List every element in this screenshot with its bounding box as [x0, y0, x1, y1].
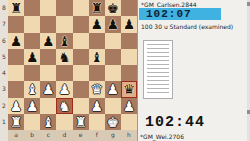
square-a1[interactable]: ♜: [8, 114, 24, 130]
piece-white-pawn[interactable]: ♟: [40, 81, 56, 97]
game-info-text: 100 30 u Standard (examined): [141, 23, 233, 30]
piece-black-pawn[interactable]: ♟: [40, 33, 56, 49]
square-f4[interactable]: [89, 65, 105, 81]
square-h4[interactable]: [121, 65, 137, 81]
piece-black-queen[interactable]: ♛: [121, 81, 137, 97]
square-c7[interactable]: [40, 16, 56, 32]
piece-white-bishop[interactable]: ♝: [40, 114, 56, 130]
square-f5[interactable]: ♝: [89, 49, 105, 65]
file-label-a: a: [8, 130, 24, 141]
piece-black-pawn[interactable]: ♟: [24, 49, 40, 65]
square-c2[interactable]: [40, 98, 56, 114]
square-f7[interactable]: ♟: [89, 16, 105, 32]
square-d7[interactable]: [56, 16, 72, 32]
top-player-clock: 102:07: [139, 8, 221, 20]
piece-black-rook[interactable]: ♜: [8, 0, 24, 16]
square-g7[interactable]: ♟: [105, 16, 121, 32]
square-e3[interactable]: [73, 81, 89, 97]
bottom-player-name: *GM_Wei.2706: [140, 133, 184, 140]
piece-white-pawn[interactable]: ♟: [89, 98, 105, 114]
file-label-f: f: [89, 130, 105, 141]
chess-board: 87654321 ♜♜♚♟♟♟♟♟♝♟♞♝♝♟♟♛♟♛♟♟♞♟♟♜♝♜♚ abc…: [0, 0, 137, 141]
square-d5[interactable]: ♞: [56, 49, 72, 65]
square-d3[interactable]: ♟: [56, 81, 72, 97]
file-label-d: d: [56, 130, 72, 141]
square-e7[interactable]: [73, 16, 89, 32]
square-e2[interactable]: [73, 98, 89, 114]
square-h8[interactable]: [121, 0, 137, 16]
square-a5[interactable]: [8, 49, 24, 65]
square-h6[interactable]: [121, 33, 137, 49]
square-a4[interactable]: [8, 65, 24, 81]
square-d6[interactable]: ♝: [56, 33, 72, 49]
square-a2[interactable]: ♟: [8, 98, 24, 114]
square-b6[interactable]: [24, 33, 40, 49]
square-b8[interactable]: [24, 0, 40, 16]
square-f2[interactable]: ♟: [89, 98, 105, 114]
square-h3[interactable]: ♛: [121, 81, 137, 97]
file-label-h: h: [121, 130, 137, 141]
square-h1[interactable]: [121, 114, 137, 130]
square-g6[interactable]: [105, 33, 121, 49]
square-g5[interactable]: [105, 49, 121, 65]
piece-black-knight[interactable]: ♞: [56, 49, 72, 65]
file-label-g: g: [105, 130, 121, 141]
square-c6[interactable]: ♟: [40, 33, 56, 49]
square-a7[interactable]: [8, 16, 24, 32]
square-c8[interactable]: [40, 0, 56, 16]
square-e1[interactable]: ♜: [73, 114, 89, 130]
piece-black-pawn[interactable]: ♟: [8, 33, 24, 49]
piece-white-pawn[interactable]: ♟: [121, 98, 137, 114]
piece-black-bishop[interactable]: ♝: [89, 49, 105, 65]
square-c5[interactable]: [40, 49, 56, 65]
file-labels: abcdefgh: [8, 130, 137, 141]
rank-label-6: 6: [0, 33, 8, 49]
move-list[interactable]: [143, 40, 173, 99]
square-b5[interactable]: ♟: [24, 49, 40, 65]
square-h2[interactable]: ♟: [121, 98, 137, 114]
rank-label-7: 7: [0, 16, 8, 32]
piece-black-pawn[interactable]: ♟: [89, 16, 105, 32]
bottom-player-clock: 102:44: [145, 114, 205, 131]
piece-white-queen[interactable]: ♛: [89, 81, 105, 97]
square-b4[interactable]: [24, 65, 40, 81]
rank-label-2: 2: [0, 98, 8, 114]
rank-labels: 87654321: [0, 0, 8, 130]
square-e4[interactable]: [73, 65, 89, 81]
square-d2[interactable]: ♞: [56, 98, 72, 114]
piece-black-rook[interactable]: ♜: [89, 0, 105, 16]
piece-white-rook[interactable]: ♜: [8, 114, 24, 130]
square-g1[interactable]: ♚: [105, 114, 121, 130]
square-a3[interactable]: [8, 81, 24, 97]
square-d1[interactable]: [56, 114, 72, 130]
piece-white-pawn[interactable]: ♟: [24, 98, 40, 114]
chess-client-window: 87654321 ♜♜♚♟♟♟♟♟♝♟♞♝♝♟♟♛♟♛♟♟♞♟♟♜♝♜♚ abc…: [0, 0, 250, 141]
rank-label-8: 8: [0, 0, 8, 16]
square-a8[interactable]: ♜: [8, 0, 24, 16]
square-c1[interactable]: ♝: [40, 114, 56, 130]
square-h7[interactable]: ♟: [121, 16, 137, 32]
piece-white-rook[interactable]: ♜: [73, 114, 89, 130]
square-b3[interactable]: ♝: [24, 81, 40, 97]
board-squares: ♜♜♚♟♟♟♟♟♝♟♞♝♝♟♟♛♟♛♟♟♞♟♟♜♝♜♚: [8, 0, 137, 130]
game-panel: *GM_Carlsen.2844 102:07 100 30 u Standar…: [137, 0, 250, 141]
top-player-name: *GM_Carlsen.2844: [141, 1, 197, 8]
square-d8[interactable]: [56, 0, 72, 16]
rank-label-3: 3: [0, 81, 8, 97]
square-h5[interactable]: [121, 49, 137, 65]
square-c4[interactable]: [40, 65, 56, 81]
square-a6[interactable]: ♟: [8, 33, 24, 49]
piece-white-pawn[interactable]: ♟: [56, 81, 72, 97]
file-label-e: e: [73, 130, 89, 141]
square-e6[interactable]: [73, 33, 89, 49]
piece-black-king[interactable]: ♚: [105, 0, 121, 16]
piece-black-pawn[interactable]: ♟: [105, 16, 121, 32]
piece-black-bishop[interactable]: ♝: [56, 33, 72, 49]
square-c3[interactable]: ♟: [40, 81, 56, 97]
square-b2[interactable]: ♟: [24, 98, 40, 114]
file-label-c: c: [40, 130, 56, 141]
square-d4[interactable]: [56, 65, 72, 81]
square-f6[interactable]: [89, 33, 105, 49]
piece-white-pawn[interactable]: ♟: [8, 98, 24, 114]
square-b1[interactable]: [24, 114, 40, 130]
scrollbar-mark-bottom[interactable]: [247, 110, 250, 114]
square-g3[interactable]: ♟: [105, 81, 121, 97]
square-g8[interactable]: ♚: [105, 0, 121, 16]
square-e8[interactable]: [73, 0, 89, 16]
rank-label-4: 4: [0, 65, 8, 81]
square-f3[interactable]: ♛: [89, 81, 105, 97]
rank-label-1: 1: [0, 114, 8, 130]
piece-white-king[interactable]: ♚: [105, 114, 121, 130]
move-list-rows: [147, 44, 169, 96]
file-label-b: b: [24, 130, 40, 141]
panel-scrollbar[interactable]: [247, 0, 250, 141]
piece-white-bishop[interactable]: ♝: [24, 81, 40, 97]
square-f1[interactable]: [89, 114, 105, 130]
square-b7[interactable]: [24, 16, 40, 32]
square-e5[interactable]: [73, 49, 89, 65]
square-g4[interactable]: [105, 65, 121, 81]
square-g2[interactable]: [105, 98, 121, 114]
scrollbar-mark-top[interactable]: [247, 2, 250, 6]
piece-white-pawn[interactable]: ♟: [105, 81, 121, 97]
piece-white-knight[interactable]: ♞: [56, 98, 72, 114]
piece-black-pawn[interactable]: ♟: [121, 16, 137, 32]
rank-label-5: 5: [0, 49, 8, 65]
square-f8[interactable]: ♜: [89, 0, 105, 16]
